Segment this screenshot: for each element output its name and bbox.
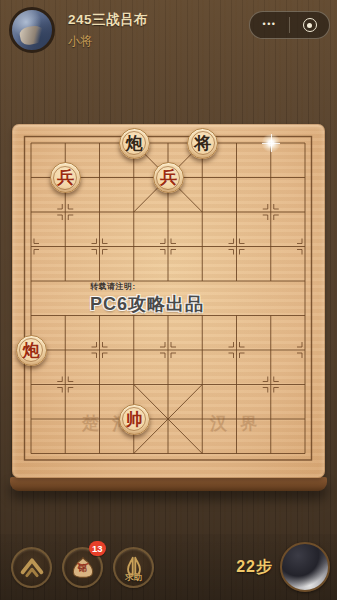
more-button[interactable]: ••• (250, 12, 289, 38)
title-block: 245三战吕布 小将 (68, 11, 148, 50)
piece-glyph: 将 (194, 135, 211, 152)
menu-button[interactable] (11, 547, 52, 588)
app-screen: 245三战吕布 小将 ••• 楚河 汉界 转载请注明: PC6攻略出品 炮将兵兵… (0, 0, 337, 600)
level-title: 245三战吕布 (68, 11, 148, 29)
piece-red-cannon[interactable]: 炮 (16, 335, 47, 366)
level-avatar (9, 7, 55, 53)
piece-glyph: 炮 (126, 135, 143, 152)
piece-black-general[interactable]: 将 (187, 128, 218, 159)
piece-red-soldier[interactable]: 兵 (50, 162, 81, 193)
steps-counter: 22步 (236, 557, 273, 578)
sparkle-effect (261, 133, 281, 153)
chevron-up-icon (15, 551, 49, 585)
exit-icon (303, 18, 317, 32)
piece-glyph: 炮 (23, 342, 40, 359)
piece-red-soldier[interactable]: 兵 (153, 162, 184, 193)
piece-glyph: 兵 (160, 169, 177, 186)
bag-label: 锦 (64, 562, 101, 575)
more-icon: ••• (263, 20, 277, 30)
pieces-grid[interactable]: 炮将兵兵炮帅 (14, 126, 323, 471)
piece-red-general[interactable]: 帅 (119, 404, 150, 435)
bag-badge: 13 (89, 541, 106, 556)
header: 245三战吕布 小将 ••• (0, 0, 337, 60)
piece-glyph: 兵 (57, 169, 74, 186)
help-button[interactable]: 求助 (113, 547, 154, 588)
exit-button[interactable] (290, 12, 329, 38)
board-edge (10, 477, 327, 491)
wechat-capsule: ••• (249, 11, 330, 39)
piece-black-cannon[interactable]: 炮 (119, 128, 150, 159)
footer: 锦 13 求助 22步 (0, 534, 337, 600)
help-label: 求助 (115, 572, 152, 584)
level-rank: 小将 (68, 33, 148, 50)
opponent-avatar (280, 542, 330, 592)
piece-glyph: 帅 (126, 411, 143, 428)
